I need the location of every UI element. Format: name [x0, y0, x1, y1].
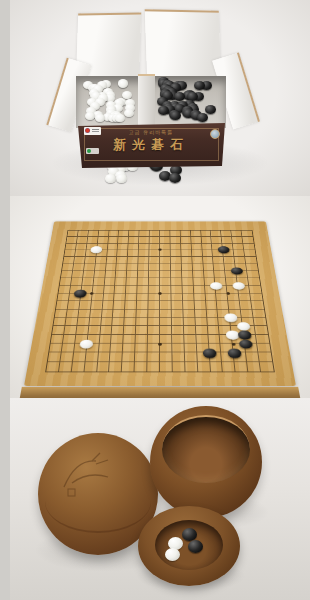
- open-bowl-interior: [162, 415, 250, 483]
- black-stone: [169, 173, 181, 183]
- black-stone: [238, 331, 252, 340]
- box-label-subtitle: 고급 유리바둑돌: [74, 129, 228, 135]
- board-stones-layer: [45, 230, 275, 372]
- go-board: [24, 221, 296, 386]
- board-front-edge: [19, 387, 301, 398]
- upturned-lid: [138, 506, 240, 586]
- white-stone: [122, 91, 132, 99]
- section-stone-box: 고급 유리바둑돌 新光碁石: [10, 0, 310, 196]
- white-stone: [237, 322, 251, 331]
- compartment-divider: [138, 74, 155, 128]
- white-stone: [210, 282, 223, 290]
- bowl-lid-engraving-icon: [56, 447, 126, 499]
- board-tilt-wrapper: [24, 221, 296, 386]
- white-stone: [105, 174, 116, 183]
- black-stone: [158, 106, 169, 115]
- black-stone: [188, 540, 203, 553]
- black-stone: [74, 290, 87, 298]
- star-point: [158, 292, 162, 295]
- white-stone: [115, 114, 125, 122]
- black-stone: [203, 349, 217, 358]
- star-point: [158, 249, 161, 251]
- black-stone: [231, 267, 244, 274]
- box-front-panel: 고급 유리바둑돌 新光碁石: [74, 120, 228, 168]
- go-set-product-photo: 고급 유리바둑돌 新光碁石: [10, 0, 310, 600]
- white-stone: [116, 174, 127, 183]
- box-back-flap-right: [145, 9, 222, 83]
- white-stone: [95, 114, 105, 122]
- open-bowl: [150, 406, 262, 518]
- black-stone: [205, 105, 216, 114]
- white-stone: [232, 282, 245, 290]
- white-stone-compartment: [82, 79, 136, 123]
- white-stone: [165, 548, 180, 561]
- star-point: [232, 343, 236, 346]
- white-stone: [79, 339, 93, 348]
- section-goban: [10, 196, 310, 398]
- white-stone: [124, 109, 134, 117]
- black-stone-compartment: [156, 77, 216, 123]
- quality-seal-icon: [210, 129, 220, 139]
- black-stone: [197, 113, 208, 122]
- black-stone: [239, 339, 253, 348]
- lid-interior: [155, 520, 223, 570]
- box-label-title: 新光碁石: [74, 136, 228, 154]
- white-stone: [90, 246, 102, 253]
- star-point: [90, 292, 94, 295]
- black-stone: [227, 349, 241, 358]
- black-stone: [170, 111, 181, 120]
- white-stone: [224, 314, 238, 322]
- black-stone: [174, 92, 185, 101]
- section-bowls: [10, 398, 310, 600]
- black-stone: [218, 246, 230, 253]
- star-point: [158, 343, 162, 346]
- star-point: [226, 292, 230, 295]
- white-stone: [118, 80, 128, 88]
- white-stone: [85, 112, 95, 120]
